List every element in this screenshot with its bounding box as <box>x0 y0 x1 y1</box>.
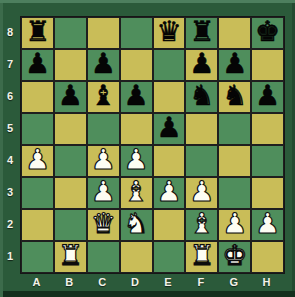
square-e1[interactable] <box>153 241 186 273</box>
square-e8[interactable]: ♛ <box>153 17 186 49</box>
piece-white-pawn[interactable]: ♟ <box>189 177 214 207</box>
square-e7[interactable] <box>153 49 186 81</box>
square-a8[interactable]: ♜ <box>21 17 54 49</box>
piece-black-rook[interactable]: ♜ <box>189 17 214 47</box>
square-e5[interactable]: ♟ <box>153 113 186 145</box>
square-b5[interactable] <box>54 113 87 145</box>
square-g1[interactable]: ♚ <box>218 241 251 273</box>
square-g8[interactable] <box>218 17 251 49</box>
rank-label-6: 6 <box>0 80 20 112</box>
square-b4[interactable] <box>54 145 87 177</box>
file-label-g: G <box>217 273 250 290</box>
square-a2[interactable] <box>21 209 54 241</box>
square-f5[interactable] <box>185 113 218 145</box>
piece-white-pawn[interactable]: ♟ <box>222 209 247 239</box>
square-h4[interactable] <box>251 145 284 177</box>
square-b6[interactable]: ♟ <box>54 81 87 113</box>
square-d1[interactable] <box>120 241 153 273</box>
rank-labels: 87654321 <box>0 16 20 272</box>
file-label-f: F <box>184 273 217 290</box>
piece-white-pawn[interactable]: ♟ <box>124 145 149 175</box>
piece-black-knight[interactable]: ♞ <box>189 81 214 111</box>
square-a1[interactable] <box>21 241 54 273</box>
file-label-h: H <box>250 273 283 290</box>
square-a5[interactable] <box>21 113 54 145</box>
square-d6[interactable]: ♟ <box>120 81 153 113</box>
piece-white-pawn[interactable]: ♟ <box>255 209 280 239</box>
square-b3[interactable] <box>54 177 87 209</box>
square-f2[interactable]: ♝ <box>185 209 218 241</box>
square-h3[interactable] <box>251 177 284 209</box>
square-g7[interactable]: ♟ <box>218 49 251 81</box>
piece-black-knight[interactable]: ♞ <box>222 81 247 111</box>
rank-label-2: 2 <box>0 208 20 240</box>
piece-black-pawn[interactable]: ♟ <box>222 49 247 79</box>
square-e2[interactable] <box>153 209 186 241</box>
piece-white-pawn[interactable]: ♟ <box>91 177 116 207</box>
file-label-b: B <box>53 273 86 290</box>
rank-label-8: 8 <box>0 16 20 48</box>
square-e3[interactable]: ♟ <box>153 177 186 209</box>
square-h5[interactable] <box>251 113 284 145</box>
square-d3[interactable]: ♝ <box>120 177 153 209</box>
piece-white-king[interactable]: ♚ <box>222 241 247 271</box>
piece-white-bishop[interactable]: ♝ <box>189 209 214 239</box>
piece-white-pawn[interactable]: ♟ <box>91 145 116 175</box>
piece-white-bishop[interactable]: ♝ <box>124 177 149 207</box>
rank-label-5: 5 <box>0 112 20 144</box>
file-labels: ABCDEFGH <box>20 273 283 290</box>
square-f3[interactable]: ♟ <box>185 177 218 209</box>
square-c4[interactable]: ♟ <box>87 145 120 177</box>
rank-label-1: 1 <box>0 240 20 272</box>
square-g4[interactable] <box>218 145 251 177</box>
square-b8[interactable] <box>54 17 87 49</box>
square-b7[interactable] <box>54 49 87 81</box>
square-e6[interactable] <box>153 81 186 113</box>
piece-black-pawn[interactable]: ♟ <box>189 49 214 79</box>
square-a6[interactable] <box>21 81 54 113</box>
square-c2[interactable]: ♛ <box>87 209 120 241</box>
square-f8[interactable]: ♜ <box>185 17 218 49</box>
piece-white-rook[interactable]: ♜ <box>189 241 214 271</box>
piece-black-queen[interactable]: ♛ <box>156 17 181 47</box>
file-label-d: D <box>119 273 152 290</box>
piece-black-pawn[interactable]: ♟ <box>91 49 116 79</box>
square-d4[interactable]: ♟ <box>120 145 153 177</box>
square-b1[interactable]: ♜ <box>54 241 87 273</box>
piece-black-pawn[interactable]: ♟ <box>25 49 50 79</box>
square-h1[interactable] <box>251 241 284 273</box>
square-e4[interactable] <box>153 145 186 177</box>
square-h2[interactable]: ♟ <box>251 209 284 241</box>
square-c1[interactable] <box>87 241 120 273</box>
square-d7[interactable] <box>120 49 153 81</box>
square-g2[interactable]: ♟ <box>218 209 251 241</box>
file-label-e: E <box>152 273 185 290</box>
square-c7[interactable]: ♟ <box>87 49 120 81</box>
square-d2[interactable]: ♞ <box>120 209 153 241</box>
piece-white-rook[interactable]: ♜ <box>58 241 83 271</box>
square-f4[interactable] <box>185 145 218 177</box>
square-g3[interactable] <box>218 177 251 209</box>
file-label-c: C <box>86 273 119 290</box>
chess-board-frame: 87654321 ♜♛♜♚♟♟♟♟♟♝♟♞♞♟♟♟♟♟♟♝♟♟♛♞♝♟♟♜♜♚ … <box>0 0 295 297</box>
square-c3[interactable]: ♟ <box>87 177 120 209</box>
square-d5[interactable] <box>120 113 153 145</box>
square-f1[interactable]: ♜ <box>185 241 218 273</box>
square-b2[interactable] <box>54 209 87 241</box>
piece-white-pawn[interactable]: ♟ <box>156 177 181 207</box>
piece-black-pawn[interactable]: ♟ <box>58 81 83 111</box>
square-f7[interactable]: ♟ <box>185 49 218 81</box>
square-a7[interactable]: ♟ <box>21 49 54 81</box>
square-c6[interactable]: ♝ <box>87 81 120 113</box>
square-g6[interactable]: ♞ <box>218 81 251 113</box>
square-h8[interactable]: ♚ <box>251 17 284 49</box>
square-f6[interactable]: ♞ <box>185 81 218 113</box>
square-h6[interactable]: ♟ <box>251 81 284 113</box>
chess-board[interactable]: ♜♛♜♚♟♟♟♟♟♝♟♞♞♟♟♟♟♟♟♝♟♟♛♞♝♟♟♜♜♚ <box>20 16 285 274</box>
piece-black-pawn[interactable]: ♟ <box>156 113 181 143</box>
rank-label-7: 7 <box>0 48 20 80</box>
piece-white-knight[interactable]: ♞ <box>124 209 149 239</box>
square-c8[interactable] <box>87 17 120 49</box>
piece-black-rook[interactable]: ♜ <box>25 17 50 47</box>
piece-black-bishop[interactable]: ♝ <box>91 81 116 111</box>
square-d8[interactable] <box>120 17 153 49</box>
square-a4[interactable]: ♟ <box>21 145 54 177</box>
rank-label-3: 3 <box>0 176 20 208</box>
piece-white-queen[interactable]: ♛ <box>91 209 116 239</box>
piece-white-pawn[interactable]: ♟ <box>25 145 50 175</box>
square-h7[interactable] <box>251 49 284 81</box>
rank-label-4: 4 <box>0 144 20 176</box>
square-a3[interactable] <box>21 177 54 209</box>
square-c5[interactable] <box>87 113 120 145</box>
piece-black-king[interactable]: ♚ <box>255 17 280 47</box>
file-label-a: A <box>20 273 53 290</box>
piece-black-pawn[interactable]: ♟ <box>255 81 280 111</box>
piece-black-pawn[interactable]: ♟ <box>124 81 149 111</box>
square-g5[interactable] <box>218 113 251 145</box>
